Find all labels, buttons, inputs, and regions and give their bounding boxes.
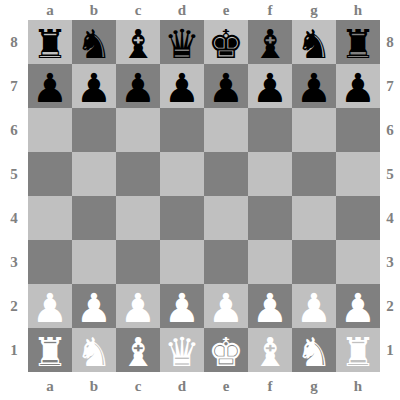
file-label-bottom-b: b [72, 374, 116, 400]
piece-white-pawn[interactable]: ♟ [32, 287, 68, 329]
square-h4[interactable] [336, 196, 380, 240]
square-c5[interactable] [116, 152, 160, 196]
piece-white-pawn[interactable]: ♟ [164, 287, 200, 329]
file-label-bottom-c: c [116, 374, 160, 400]
piece-black-pawn[interactable]: ♟ [76, 67, 112, 109]
piece-white-pawn[interactable]: ♟ [208, 287, 244, 329]
piece-white-bishop[interactable]: ♝ [252, 331, 288, 373]
square-c1[interactable]: ♝ [116, 328, 160, 372]
square-e6[interactable] [204, 108, 248, 152]
file-label-bottom-a: a [28, 374, 72, 400]
piece-white-pawn[interactable]: ♟ [76, 287, 112, 329]
square-g8[interactable]: ♞ [292, 20, 336, 64]
square-g3[interactable] [292, 240, 336, 284]
rank-label-left-8: 8 [0, 20, 28, 64]
square-d1[interactable]: ♛ [160, 328, 204, 372]
square-d8[interactable]: ♛ [160, 20, 204, 64]
square-h3[interactable] [336, 240, 380, 284]
piece-black-pawn[interactable]: ♟ [208, 67, 244, 109]
rank-label-left-7: 7 [0, 64, 28, 108]
square-e1[interactable]: ♚ [204, 328, 248, 372]
square-h5[interactable] [336, 152, 380, 196]
piece-black-bishop[interactable]: ♝ [120, 23, 156, 65]
rank-label-right-3: 3 [380, 240, 400, 284]
piece-black-knight[interactable]: ♞ [76, 23, 112, 65]
rank-label-right-2: 2 [380, 284, 400, 328]
file-label-bottom-g: g [292, 374, 336, 400]
rank-label-right-4: 4 [380, 196, 400, 240]
square-c4[interactable] [116, 196, 160, 240]
piece-black-pawn[interactable]: ♟ [340, 67, 376, 109]
square-e5[interactable] [204, 152, 248, 196]
rank-label-right-7: 7 [380, 64, 400, 108]
piece-black-pawn[interactable]: ♟ [296, 67, 332, 109]
rank-label-right-8: 8 [380, 20, 400, 64]
square-d2[interactable]: ♟ [160, 284, 204, 328]
piece-black-bishop[interactable]: ♝ [252, 23, 288, 65]
square-e8[interactable]: ♚ [204, 20, 248, 64]
file-label-bottom-d: d [160, 374, 204, 400]
rank-label-left-6: 6 [0, 108, 28, 152]
file-label-bottom-h: h [336, 374, 380, 400]
square-d5[interactable] [160, 152, 204, 196]
square-h2[interactable]: ♟ [336, 284, 380, 328]
file-labels-bottom: abcdefgh [28, 374, 380, 400]
square-b2[interactable]: ♟ [72, 284, 116, 328]
square-d4[interactable] [160, 196, 204, 240]
piece-white-bishop[interactable]: ♝ [120, 331, 156, 373]
file-label-top-f: f [248, 0, 292, 20]
piece-white-rook[interactable]: ♜ [32, 331, 68, 373]
piece-black-rook[interactable]: ♜ [340, 23, 376, 65]
square-f8[interactable]: ♝ [248, 20, 292, 64]
square-c8[interactable]: ♝ [116, 20, 160, 64]
square-b4[interactable] [72, 196, 116, 240]
chess-board: ♜♞♝♛♚♝♞♜♟♟♟♟♟♟♟♟♟♟♟♟♟♟♟♟♜♞♝♛♚♝♞♜ [28, 20, 380, 372]
square-a4[interactable] [28, 196, 72, 240]
square-a1[interactable]: ♜ [28, 328, 72, 372]
square-d7[interactable]: ♟ [160, 64, 204, 108]
piece-white-pawn[interactable]: ♟ [296, 287, 332, 329]
piece-black-pawn[interactable]: ♟ [252, 67, 288, 109]
rank-label-left-2: 2 [0, 284, 28, 328]
square-g7[interactable]: ♟ [292, 64, 336, 108]
file-label-top-a: a [28, 0, 72, 20]
piece-white-knight[interactable]: ♞ [296, 331, 332, 373]
square-h7[interactable]: ♟ [336, 64, 380, 108]
rank-labels-right: 87654321 [380, 20, 400, 372]
square-h6[interactable] [336, 108, 380, 152]
square-f5[interactable] [248, 152, 292, 196]
square-g5[interactable] [292, 152, 336, 196]
square-h8[interactable]: ♜ [336, 20, 380, 64]
piece-black-king[interactable]: ♚ [208, 23, 244, 65]
piece-white-rook[interactable]: ♜ [340, 331, 376, 373]
square-e2[interactable]: ♟ [204, 284, 248, 328]
piece-black-queen[interactable]: ♛ [164, 23, 200, 65]
piece-white-pawn[interactable]: ♟ [340, 287, 376, 329]
square-a5[interactable] [28, 152, 72, 196]
file-label-top-h: h [336, 0, 380, 20]
square-b3[interactable] [72, 240, 116, 284]
square-a6[interactable] [28, 108, 72, 152]
square-g1[interactable]: ♞ [292, 328, 336, 372]
piece-black-pawn[interactable]: ♟ [32, 67, 68, 109]
rank-label-left-3: 3 [0, 240, 28, 284]
square-g2[interactable]: ♟ [292, 284, 336, 328]
square-f2[interactable]: ♟ [248, 284, 292, 328]
square-e7[interactable]: ♟ [204, 64, 248, 108]
file-label-top-g: g [292, 0, 336, 20]
square-f1[interactable]: ♝ [248, 328, 292, 372]
square-h1[interactable]: ♜ [336, 328, 380, 372]
rank-labels-left: 87654321 [0, 20, 28, 372]
square-a2[interactable]: ♟ [28, 284, 72, 328]
rank-label-left-4: 4 [0, 196, 28, 240]
square-d3[interactable] [160, 240, 204, 284]
file-label-top-c: c [116, 0, 160, 20]
file-label-top-b: b [72, 0, 116, 20]
square-b6[interactable] [72, 108, 116, 152]
piece-black-knight[interactable]: ♞ [296, 23, 332, 65]
rank-label-right-6: 6 [380, 108, 400, 152]
rank-label-right-1: 1 [380, 328, 400, 372]
rank-label-left-1: 1 [0, 328, 28, 372]
square-f4[interactable] [248, 196, 292, 240]
square-c7[interactable]: ♟ [116, 64, 160, 108]
square-c2[interactable]: ♟ [116, 284, 160, 328]
square-b5[interactable] [72, 152, 116, 196]
rank-label-right-5: 5 [380, 152, 400, 196]
rank-label-left-5: 5 [0, 152, 28, 196]
square-b1[interactable]: ♞ [72, 328, 116, 372]
square-a8[interactable]: ♜ [28, 20, 72, 64]
square-e4[interactable] [204, 196, 248, 240]
square-c6[interactable] [116, 108, 160, 152]
square-a3[interactable] [28, 240, 72, 284]
file-label-bottom-e: e [204, 374, 248, 400]
file-label-top-d: d [160, 0, 204, 20]
square-f7[interactable]: ♟ [248, 64, 292, 108]
piece-black-pawn[interactable]: ♟ [164, 67, 200, 109]
piece-white-pawn[interactable]: ♟ [252, 287, 288, 329]
file-label-bottom-f: f [248, 374, 292, 400]
square-b7[interactable]: ♟ [72, 64, 116, 108]
chess-board-screen: abcdefgh 87654321 ♜♞♝♛♚♝♞♜♟♟♟♟♟♟♟♟♟♟♟♟♟♟… [0, 0, 400, 400]
square-b8[interactable]: ♞ [72, 20, 116, 64]
square-e3[interactable] [204, 240, 248, 284]
piece-black-pawn[interactable]: ♟ [120, 67, 156, 109]
file-label-top-e: e [204, 0, 248, 20]
square-f6[interactable] [248, 108, 292, 152]
piece-white-knight[interactable]: ♞ [76, 331, 112, 373]
square-c3[interactable] [116, 240, 160, 284]
piece-white-king[interactable]: ♚ [208, 331, 244, 373]
file-labels-top: abcdefgh [28, 0, 380, 20]
square-g4[interactable] [292, 196, 336, 240]
piece-white-pawn[interactable]: ♟ [120, 287, 156, 329]
piece-black-rook[interactable]: ♜ [32, 23, 68, 65]
square-d6[interactable] [160, 108, 204, 152]
square-f3[interactable] [248, 240, 292, 284]
square-g6[interactable] [292, 108, 336, 152]
square-a7[interactable]: ♟ [28, 64, 72, 108]
piece-white-queen[interactable]: ♛ [164, 331, 200, 373]
